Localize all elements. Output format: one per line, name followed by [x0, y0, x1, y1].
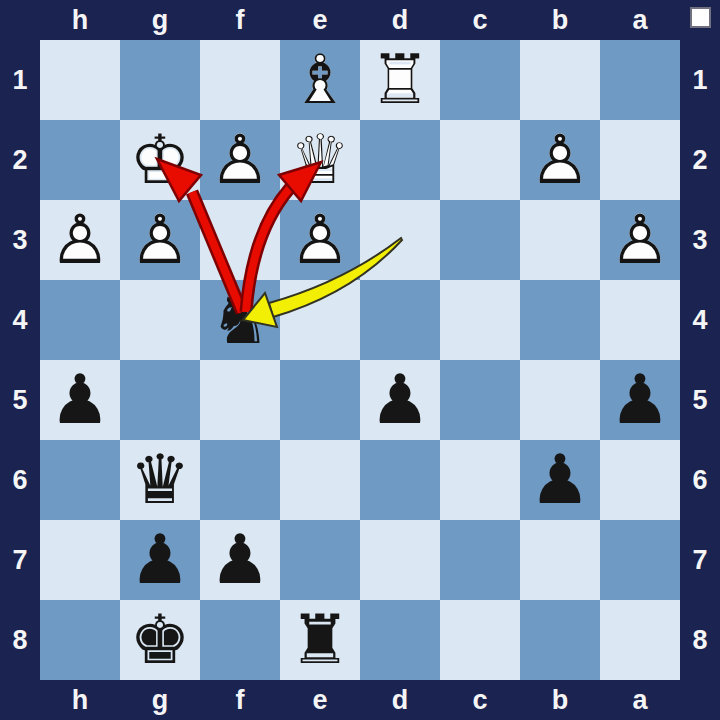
square-a6[interactable]: [600, 440, 680, 520]
file-label-c: c: [440, 0, 520, 40]
square-a2[interactable]: [600, 120, 680, 200]
rank-label-4: 4: [680, 280, 720, 360]
square-c4[interactable]: [440, 280, 520, 360]
square-g5[interactable]: [120, 360, 200, 440]
square-g4[interactable]: [120, 280, 200, 360]
white-bishop: ♗: [280, 40, 360, 120]
rank-labels-right: 12345678: [680, 40, 720, 680]
square-h2[interactable]: [40, 120, 120, 200]
square-d7[interactable]: [360, 520, 440, 600]
black-pawn: ♟: [520, 440, 600, 520]
square-e1[interactable]: ♝♗: [280, 40, 360, 120]
file-label-d: d: [360, 680, 440, 720]
white-pawn: ♙: [280, 200, 360, 280]
black-knight: ♞: [200, 280, 280, 360]
square-d6[interactable]: [360, 440, 440, 520]
square-c3[interactable]: [440, 200, 520, 280]
square-h4[interactable]: [40, 280, 120, 360]
square-c6[interactable]: [440, 440, 520, 520]
square-g3[interactable]: ♟♙: [120, 200, 200, 280]
square-e8[interactable]: ♜: [280, 600, 360, 680]
square-g8[interactable]: ♚: [120, 600, 200, 680]
square-d4[interactable]: [360, 280, 440, 360]
square-e2[interactable]: ♛♕: [280, 120, 360, 200]
white-queen: ♕: [280, 120, 360, 200]
square-g7[interactable]: ♟: [120, 520, 200, 600]
square-d8[interactable]: [360, 600, 440, 680]
square-c1[interactable]: [440, 40, 520, 120]
chessboard-frame: hgfedcba hgfedcba 12345678 12345678 ♝♗♜♖…: [0, 0, 720, 720]
square-a7[interactable]: [600, 520, 680, 600]
square-c8[interactable]: [440, 600, 520, 680]
file-label-a: a: [600, 0, 680, 40]
file-label-b: b: [520, 680, 600, 720]
file-label-c: c: [440, 680, 520, 720]
rank-label-5: 5: [680, 360, 720, 440]
square-b8[interactable]: [520, 600, 600, 680]
square-a3[interactable]: ♟♙: [600, 200, 680, 280]
square-h6[interactable]: [40, 440, 120, 520]
file-label-b: b: [520, 0, 600, 40]
white-pawn: ♙: [520, 120, 600, 200]
black-king: ♚: [120, 600, 200, 680]
file-label-g: g: [120, 680, 200, 720]
square-b4[interactable]: [520, 280, 600, 360]
square-e6[interactable]: [280, 440, 360, 520]
square-c2[interactable]: [440, 120, 520, 200]
rank-label-7: 7: [0, 520, 40, 600]
square-g1[interactable]: [120, 40, 200, 120]
square-c5[interactable]: [440, 360, 520, 440]
square-d5[interactable]: ♟: [360, 360, 440, 440]
square-d2[interactable]: [360, 120, 440, 200]
chess-board: ♝♗♜♖♚♔♟♙♛♕♟♙♟♙♟♙♟♙♟♙♞♟♟♟♛♟♟♟♚♜: [40, 40, 680, 680]
file-label-d: d: [360, 0, 440, 40]
square-f3[interactable]: [200, 200, 280, 280]
rank-label-5: 5: [0, 360, 40, 440]
file-label-g: g: [120, 0, 200, 40]
black-pawn: ♟: [40, 360, 120, 440]
rank-label-2: 2: [680, 120, 720, 200]
square-e3[interactable]: ♟♙: [280, 200, 360, 280]
black-pawn: ♟: [120, 520, 200, 600]
rank-label-4: 4: [0, 280, 40, 360]
black-queen: ♛: [120, 440, 200, 520]
square-b2[interactable]: ♟♙: [520, 120, 600, 200]
file-labels-top: hgfedcba: [40, 0, 680, 40]
rank-label-8: 8: [680, 600, 720, 680]
black-rook: ♜: [280, 600, 360, 680]
file-label-e: e: [280, 0, 360, 40]
square-f6[interactable]: [200, 440, 280, 520]
square-c7[interactable]: [440, 520, 520, 600]
file-label-f: f: [200, 0, 280, 40]
square-a4[interactable]: [600, 280, 680, 360]
square-g6[interactable]: ♛: [120, 440, 200, 520]
square-b7[interactable]: [520, 520, 600, 600]
square-h5[interactable]: ♟: [40, 360, 120, 440]
square-e4[interactable]: [280, 280, 360, 360]
side-to-move-indicator: [690, 7, 711, 28]
square-b3[interactable]: [520, 200, 600, 280]
square-f7[interactable]: ♟: [200, 520, 280, 600]
square-f5[interactable]: [200, 360, 280, 440]
square-b1[interactable]: [520, 40, 600, 120]
black-pawn: ♟: [600, 360, 680, 440]
square-a1[interactable]: [600, 40, 680, 120]
square-e5[interactable]: [280, 360, 360, 440]
rank-label-3: 3: [680, 200, 720, 280]
black-pawn: ♟: [200, 520, 280, 600]
square-d1[interactable]: ♜♖: [360, 40, 440, 120]
white-pawn: ♙: [600, 200, 680, 280]
square-f2[interactable]: ♟♙: [200, 120, 280, 200]
square-e7[interactable]: [280, 520, 360, 600]
rank-label-7: 7: [680, 520, 720, 600]
file-label-e: e: [280, 680, 360, 720]
white-pawn: ♙: [200, 120, 280, 200]
rank-label-3: 3: [0, 200, 40, 280]
rank-label-1: 1: [680, 40, 720, 120]
rank-labels-left: 12345678: [0, 40, 40, 680]
rank-label-8: 8: [0, 600, 40, 680]
file-label-a: a: [600, 680, 680, 720]
rank-label-6: 6: [0, 440, 40, 520]
black-pawn: ♟: [360, 360, 440, 440]
square-g2[interactable]: ♚♔: [120, 120, 200, 200]
rank-label-6: 6: [680, 440, 720, 520]
square-f1[interactable]: [200, 40, 280, 120]
white-king: ♔: [120, 120, 200, 200]
square-a5[interactable]: ♟: [600, 360, 680, 440]
square-f4[interactable]: ♞: [200, 280, 280, 360]
square-b6[interactable]: ♟: [520, 440, 600, 520]
square-a8[interactable]: [600, 600, 680, 680]
file-label-h: h: [40, 680, 120, 720]
white-pawn: ♙: [40, 200, 120, 280]
white-pawn: ♙: [120, 200, 200, 280]
file-labels-bottom: hgfedcba: [40, 680, 680, 720]
file-label-h: h: [40, 0, 120, 40]
square-h1[interactable]: [40, 40, 120, 120]
white-rook: ♖: [360, 40, 440, 120]
square-h8[interactable]: [40, 600, 120, 680]
rank-label-2: 2: [0, 120, 40, 200]
file-label-f: f: [200, 680, 280, 720]
square-d3[interactable]: [360, 200, 440, 280]
square-h3[interactable]: ♟♙: [40, 200, 120, 280]
square-h7[interactable]: [40, 520, 120, 600]
rank-label-1: 1: [0, 40, 40, 120]
square-f8[interactable]: [200, 600, 280, 680]
square-b5[interactable]: [520, 360, 600, 440]
